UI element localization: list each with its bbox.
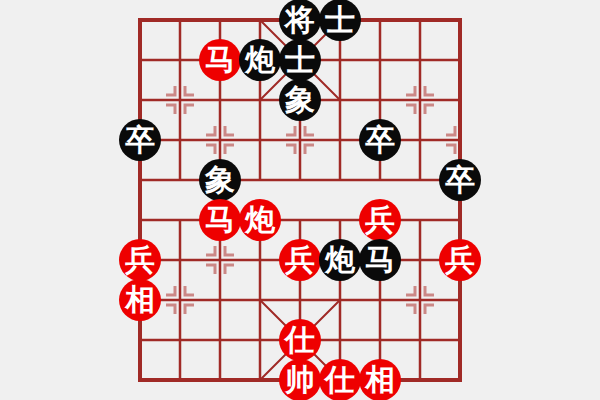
- piece-red-elephant[interactable]: 相: [119, 279, 161, 321]
- piece-red-advisor[interactable]: 仕: [279, 319, 321, 361]
- piece-black-elephant[interactable]: 象: [279, 79, 321, 121]
- piece-red-horse[interactable]: 马: [199, 39, 241, 81]
- piece-black-elephant[interactable]: 象: [199, 159, 241, 201]
- piece-black-soldier[interactable]: 卒: [119, 119, 161, 161]
- piece-red-advisor[interactable]: 仕: [319, 359, 361, 400]
- piece-red-horse[interactable]: 马: [199, 199, 241, 241]
- piece-red-soldier[interactable]: 兵: [279, 239, 321, 281]
- piece-black-cannon[interactable]: 炮: [239, 39, 281, 81]
- piece-layer: 将士马炮士象卒卒象卒马炮兵兵兵炮马兵相仕帅仕相: [120, 0, 480, 400]
- piece-red-general[interactable]: 帅: [279, 359, 321, 400]
- piece-black-general[interactable]: 将: [279, 0, 321, 41]
- piece-black-cannon[interactable]: 炮: [319, 239, 361, 281]
- piece-red-cannon[interactable]: 炮: [239, 199, 281, 241]
- piece-red-soldier[interactable]: 兵: [359, 199, 401, 241]
- piece-black-horse[interactable]: 马: [359, 239, 401, 281]
- piece-black-soldier[interactable]: 卒: [359, 119, 401, 161]
- screen: 将士马炮士象卒卒象卒马炮兵兵兵炮马兵相仕帅仕相: [0, 0, 600, 400]
- piece-red-soldier[interactable]: 兵: [439, 239, 481, 281]
- piece-black-advisor[interactable]: 士: [279, 39, 321, 81]
- piece-black-soldier[interactable]: 卒: [439, 159, 481, 201]
- piece-red-soldier[interactable]: 兵: [119, 239, 161, 281]
- piece-red-elephant[interactable]: 相: [359, 359, 401, 400]
- piece-black-advisor[interactable]: 士: [319, 0, 361, 41]
